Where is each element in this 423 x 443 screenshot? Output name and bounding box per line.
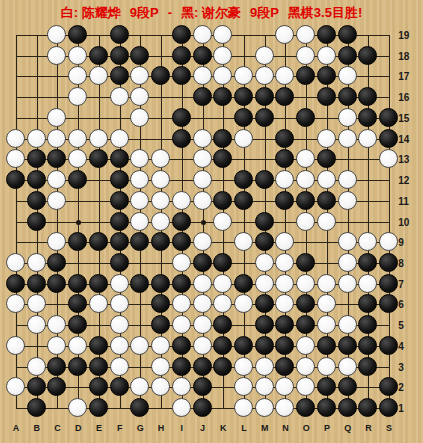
- intersection-A10[interactable]: [6, 212, 27, 233]
- intersection-S13[interactable]: [379, 149, 400, 170]
- intersection-O4[interactable]: [296, 336, 317, 357]
- intersection-M8[interactable]: [255, 253, 276, 274]
- intersection-M15[interactable]: [255, 108, 276, 129]
- intersection-H18[interactable]: [151, 46, 172, 67]
- intersection-P16[interactable]: [317, 87, 338, 108]
- intersection-M18[interactable]: [255, 46, 276, 67]
- intersection-R19[interactable]: [358, 25, 379, 46]
- intersection-G15[interactable]: [130, 108, 151, 129]
- intersection-K5[interactable]: [213, 315, 234, 336]
- intersection-I18[interactable]: [172, 46, 193, 67]
- intersection-N15[interactable]: [275, 108, 296, 129]
- intersection-P17[interactable]: [317, 66, 338, 87]
- intersection-O7[interactable]: [296, 274, 317, 295]
- intersection-F12[interactable]: [110, 170, 131, 191]
- intersection-R13[interactable]: [358, 149, 379, 170]
- intersection-Q18[interactable]: [338, 46, 359, 67]
- intersection-N10[interactable]: [275, 212, 296, 233]
- intersection-G4[interactable]: [130, 336, 151, 357]
- intersection-K18[interactable]: [213, 46, 234, 67]
- intersection-D3[interactable]: [68, 357, 89, 378]
- intersection-G17[interactable]: [130, 66, 151, 87]
- intersection-I14[interactable]: [172, 129, 193, 150]
- intersection-I11[interactable]: [172, 191, 193, 212]
- intersection-Q7[interactable]: [338, 274, 359, 295]
- intersection-B2[interactable]: [27, 377, 48, 398]
- intersection-R7[interactable]: [358, 274, 379, 295]
- intersection-S9[interactable]: [379, 232, 400, 253]
- intersection-F2[interactable]: [110, 377, 131, 398]
- intersection-F10[interactable]: [110, 212, 131, 233]
- intersection-E11[interactable]: [89, 191, 110, 212]
- intersection-E13[interactable]: [89, 149, 110, 170]
- intersection-D2[interactable]: [68, 377, 89, 398]
- intersection-H6[interactable]: [151, 294, 172, 315]
- intersection-F5[interactable]: [110, 315, 131, 336]
- intersection-L6[interactable]: [234, 294, 255, 315]
- intersection-N19[interactable]: [275, 25, 296, 46]
- intersection-K1[interactable]: [213, 398, 234, 419]
- intersection-G18[interactable]: [130, 46, 151, 67]
- intersection-G5[interactable]: [130, 315, 151, 336]
- intersection-O11[interactable]: [296, 191, 317, 212]
- intersection-J10[interactable]: [193, 212, 214, 233]
- intersection-L16[interactable]: [234, 87, 255, 108]
- intersection-A16[interactable]: [6, 87, 27, 108]
- intersection-S7[interactable]: [379, 274, 400, 295]
- intersection-R1[interactable]: [358, 398, 379, 419]
- intersection-A9[interactable]: [6, 232, 27, 253]
- intersection-F15[interactable]: [110, 108, 131, 129]
- intersection-O15[interactable]: [296, 108, 317, 129]
- intersection-D7[interactable]: [68, 274, 89, 295]
- intersection-J9[interactable]: [193, 232, 214, 253]
- intersection-H5[interactable]: [151, 315, 172, 336]
- intersection-L8[interactable]: [234, 253, 255, 274]
- intersection-M5[interactable]: [255, 315, 276, 336]
- intersection-J14[interactable]: [193, 129, 214, 150]
- intersection-M16[interactable]: [255, 87, 276, 108]
- intersection-A19[interactable]: [6, 25, 27, 46]
- intersection-G14[interactable]: [130, 129, 151, 150]
- intersection-M14[interactable]: [255, 129, 276, 150]
- intersection-A7[interactable]: [6, 274, 27, 295]
- intersection-S4[interactable]: [379, 336, 400, 357]
- intersection-R3[interactable]: [358, 357, 379, 378]
- intersection-O16[interactable]: [296, 87, 317, 108]
- intersection-K11[interactable]: [213, 191, 234, 212]
- intersection-A5[interactable]: [6, 315, 27, 336]
- intersection-K12[interactable]: [213, 170, 234, 191]
- intersection-I16[interactable]: [172, 87, 193, 108]
- intersection-F11[interactable]: [110, 191, 131, 212]
- intersection-K6[interactable]: [213, 294, 234, 315]
- intersection-B17[interactable]: [27, 66, 48, 87]
- intersection-R4[interactable]: [358, 336, 379, 357]
- intersection-M1[interactable]: [255, 398, 276, 419]
- intersection-S15[interactable]: [379, 108, 400, 129]
- intersection-A12[interactable]: [6, 170, 27, 191]
- intersection-S1[interactable]: [379, 398, 400, 419]
- intersection-G16[interactable]: [130, 87, 151, 108]
- intersection-K3[interactable]: [213, 357, 234, 378]
- intersection-B6[interactable]: [27, 294, 48, 315]
- intersection-H11[interactable]: [151, 191, 172, 212]
- intersection-L3[interactable]: [234, 357, 255, 378]
- intersection-B19[interactable]: [27, 25, 48, 46]
- intersection-P14[interactable]: [317, 129, 338, 150]
- intersection-B13[interactable]: [27, 149, 48, 170]
- intersection-E16[interactable]: [89, 87, 110, 108]
- intersection-P15[interactable]: [317, 108, 338, 129]
- intersection-E9[interactable]: [89, 232, 110, 253]
- intersection-A11[interactable]: [6, 191, 27, 212]
- intersection-P11[interactable]: [317, 191, 338, 212]
- intersection-N5[interactable]: [275, 315, 296, 336]
- intersection-R18[interactable]: [358, 46, 379, 67]
- intersection-K19[interactable]: [213, 25, 234, 46]
- intersection-F13[interactable]: [110, 149, 131, 170]
- intersection-G8[interactable]: [130, 253, 151, 274]
- intersection-N18[interactable]: [275, 46, 296, 67]
- intersection-H3[interactable]: [151, 357, 172, 378]
- intersection-O8[interactable]: [296, 253, 317, 274]
- intersection-J17[interactable]: [193, 66, 214, 87]
- intersection-D11[interactable]: [68, 191, 89, 212]
- intersection-D4[interactable]: [68, 336, 89, 357]
- intersection-F14[interactable]: [110, 129, 131, 150]
- intersection-G13[interactable]: [130, 149, 151, 170]
- intersection-S10[interactable]: [379, 212, 400, 233]
- intersection-J2[interactable]: [193, 377, 214, 398]
- intersection-C16[interactable]: [47, 87, 68, 108]
- intersection-J1[interactable]: [193, 398, 214, 419]
- intersection-I3[interactable]: [172, 357, 193, 378]
- intersection-J4[interactable]: [193, 336, 214, 357]
- intersection-L17[interactable]: [234, 66, 255, 87]
- intersection-O17[interactable]: [296, 66, 317, 87]
- intersection-O6[interactable]: [296, 294, 317, 315]
- intersection-Q12[interactable]: [338, 170, 359, 191]
- intersection-O3[interactable]: [296, 357, 317, 378]
- intersection-H14[interactable]: [151, 129, 172, 150]
- intersection-J8[interactable]: [193, 253, 214, 274]
- intersection-B18[interactable]: [27, 46, 48, 67]
- intersection-L2[interactable]: [234, 377, 255, 398]
- intersection-M6[interactable]: [255, 294, 276, 315]
- intersection-H2[interactable]: [151, 377, 172, 398]
- intersection-P9[interactable]: [317, 232, 338, 253]
- intersection-Q17[interactable]: [338, 66, 359, 87]
- intersection-S3[interactable]: [379, 357, 400, 378]
- intersection-P19[interactable]: [317, 25, 338, 46]
- intersection-E10[interactable]: [89, 212, 110, 233]
- intersection-E7[interactable]: [89, 274, 110, 295]
- intersection-R11[interactable]: [358, 191, 379, 212]
- intersection-D16[interactable]: [68, 87, 89, 108]
- intersection-C4[interactable]: [47, 336, 68, 357]
- intersection-B11[interactable]: [27, 191, 48, 212]
- intersection-N12[interactable]: [275, 170, 296, 191]
- intersection-C8[interactable]: [47, 253, 68, 274]
- intersection-P12[interactable]: [317, 170, 338, 191]
- intersection-A4[interactable]: [6, 336, 27, 357]
- intersection-J6[interactable]: [193, 294, 214, 315]
- intersection-Q3[interactable]: [338, 357, 359, 378]
- intersection-K15[interactable]: [213, 108, 234, 129]
- intersection-I9[interactable]: [172, 232, 193, 253]
- intersection-C14[interactable]: [47, 129, 68, 150]
- intersection-S16[interactable]: [379, 87, 400, 108]
- intersection-F17[interactable]: [110, 66, 131, 87]
- intersection-N6[interactable]: [275, 294, 296, 315]
- intersection-B12[interactable]: [27, 170, 48, 191]
- intersection-E2[interactable]: [89, 377, 110, 398]
- intersection-D1[interactable]: [68, 398, 89, 419]
- intersection-M3[interactable]: [255, 357, 276, 378]
- intersection-D15[interactable]: [68, 108, 89, 129]
- intersection-A14[interactable]: [6, 129, 27, 150]
- intersection-M9[interactable]: [255, 232, 276, 253]
- intersection-L12[interactable]: [234, 170, 255, 191]
- intersection-L15[interactable]: [234, 108, 255, 129]
- intersection-H4[interactable]: [151, 336, 172, 357]
- intersection-I7[interactable]: [172, 274, 193, 295]
- intersection-D19[interactable]: [68, 25, 89, 46]
- intersection-H15[interactable]: [151, 108, 172, 129]
- intersection-G11[interactable]: [130, 191, 151, 212]
- intersection-D6[interactable]: [68, 294, 89, 315]
- intersection-P8[interactable]: [317, 253, 338, 274]
- intersection-O10[interactable]: [296, 212, 317, 233]
- intersection-F7[interactable]: [110, 274, 131, 295]
- intersection-B14[interactable]: [27, 129, 48, 150]
- intersection-B10[interactable]: [27, 212, 48, 233]
- intersection-S2[interactable]: [379, 377, 400, 398]
- intersection-N1[interactable]: [275, 398, 296, 419]
- intersection-M10[interactable]: [255, 212, 276, 233]
- intersection-B5[interactable]: [27, 315, 48, 336]
- intersection-L14[interactable]: [234, 129, 255, 150]
- intersection-H12[interactable]: [151, 170, 172, 191]
- intersection-A8[interactable]: [6, 253, 27, 274]
- intersection-A17[interactable]: [6, 66, 27, 87]
- intersection-D5[interactable]: [68, 315, 89, 336]
- intersection-C7[interactable]: [47, 274, 68, 295]
- intersection-E14[interactable]: [89, 129, 110, 150]
- intersection-I4[interactable]: [172, 336, 193, 357]
- intersection-G3[interactable]: [130, 357, 151, 378]
- intersection-L7[interactable]: [234, 274, 255, 295]
- intersection-C5[interactable]: [47, 315, 68, 336]
- intersection-Q5[interactable]: [338, 315, 359, 336]
- intersection-S12[interactable]: [379, 170, 400, 191]
- intersection-Q9[interactable]: [338, 232, 359, 253]
- intersection-M2[interactable]: [255, 377, 276, 398]
- intersection-P10[interactable]: [317, 212, 338, 233]
- intersection-E15[interactable]: [89, 108, 110, 129]
- intersection-S8[interactable]: [379, 253, 400, 274]
- intersection-R8[interactable]: [358, 253, 379, 274]
- intersection-S18[interactable]: [379, 46, 400, 67]
- intersection-S6[interactable]: [379, 294, 400, 315]
- intersection-G7[interactable]: [130, 274, 151, 295]
- intersection-H1[interactable]: [151, 398, 172, 419]
- intersection-P3[interactable]: [317, 357, 338, 378]
- intersection-I8[interactable]: [172, 253, 193, 274]
- intersection-I2[interactable]: [172, 377, 193, 398]
- intersection-S5[interactable]: [379, 315, 400, 336]
- intersection-N3[interactable]: [275, 357, 296, 378]
- intersection-P7[interactable]: [317, 274, 338, 295]
- intersection-N9[interactable]: [275, 232, 296, 253]
- intersection-P5[interactable]: [317, 315, 338, 336]
- intersection-E4[interactable]: [89, 336, 110, 357]
- intersection-D12[interactable]: [68, 170, 89, 191]
- intersection-A18[interactable]: [6, 46, 27, 67]
- intersection-A3[interactable]: [6, 357, 27, 378]
- intersection-O14[interactable]: [296, 129, 317, 150]
- intersection-F6[interactable]: [110, 294, 131, 315]
- intersection-H16[interactable]: [151, 87, 172, 108]
- intersection-L9[interactable]: [234, 232, 255, 253]
- intersection-A15[interactable]: [6, 108, 27, 129]
- intersection-Q14[interactable]: [338, 129, 359, 150]
- intersection-P13[interactable]: [317, 149, 338, 170]
- intersection-B15[interactable]: [27, 108, 48, 129]
- intersection-I13[interactable]: [172, 149, 193, 170]
- intersection-O2[interactable]: [296, 377, 317, 398]
- intersection-M11[interactable]: [255, 191, 276, 212]
- intersection-C17[interactable]: [47, 66, 68, 87]
- intersection-J18[interactable]: [193, 46, 214, 67]
- intersection-B7[interactable]: [27, 274, 48, 295]
- intersection-H9[interactable]: [151, 232, 172, 253]
- intersection-F3[interactable]: [110, 357, 131, 378]
- intersection-K7[interactable]: [213, 274, 234, 295]
- intersection-L1[interactable]: [234, 398, 255, 419]
- intersection-R10[interactable]: [358, 212, 379, 233]
- intersection-R6[interactable]: [358, 294, 379, 315]
- intersection-C12[interactable]: [47, 170, 68, 191]
- intersection-L13[interactable]: [234, 149, 255, 170]
- intersection-M12[interactable]: [255, 170, 276, 191]
- intersection-E19[interactable]: [89, 25, 110, 46]
- intersection-N7[interactable]: [275, 274, 296, 295]
- intersection-S19[interactable]: [379, 25, 400, 46]
- intersection-J7[interactable]: [193, 274, 214, 295]
- intersection-P6[interactable]: [317, 294, 338, 315]
- intersection-R12[interactable]: [358, 170, 379, 191]
- intersection-E6[interactable]: [89, 294, 110, 315]
- intersection-A13[interactable]: [6, 149, 27, 170]
- intersection-H19[interactable]: [151, 25, 172, 46]
- intersection-P1[interactable]: [317, 398, 338, 419]
- intersection-M7[interactable]: [255, 274, 276, 295]
- intersection-K10[interactable]: [213, 212, 234, 233]
- intersection-D9[interactable]: [68, 232, 89, 253]
- intersection-F8[interactable]: [110, 253, 131, 274]
- intersection-E3[interactable]: [89, 357, 110, 378]
- intersection-K9[interactable]: [213, 232, 234, 253]
- intersection-N14[interactable]: [275, 129, 296, 150]
- intersection-N11[interactable]: [275, 191, 296, 212]
- intersection-H17[interactable]: [151, 66, 172, 87]
- intersection-P18[interactable]: [317, 46, 338, 67]
- intersection-Q4[interactable]: [338, 336, 359, 357]
- intersection-I5[interactable]: [172, 315, 193, 336]
- intersection-N8[interactable]: [275, 253, 296, 274]
- intersection-O9[interactable]: [296, 232, 317, 253]
- intersection-C19[interactable]: [47, 25, 68, 46]
- intersection-I15[interactable]: [172, 108, 193, 129]
- intersection-L18[interactable]: [234, 46, 255, 67]
- intersection-I19[interactable]: [172, 25, 193, 46]
- intersection-H7[interactable]: [151, 274, 172, 295]
- intersection-R9[interactable]: [358, 232, 379, 253]
- intersection-F4[interactable]: [110, 336, 131, 357]
- intersection-S14[interactable]: [379, 129, 400, 150]
- intersection-D14[interactable]: [68, 129, 89, 150]
- intersection-B8[interactable]: [27, 253, 48, 274]
- intersection-C11[interactable]: [47, 191, 68, 212]
- intersection-L19[interactable]: [234, 25, 255, 46]
- intersection-F18[interactable]: [110, 46, 131, 67]
- intersection-G12[interactable]: [130, 170, 151, 191]
- intersection-E18[interactable]: [89, 46, 110, 67]
- intersection-R5[interactable]: [358, 315, 379, 336]
- intersection-P4[interactable]: [317, 336, 338, 357]
- intersection-O12[interactable]: [296, 170, 317, 191]
- intersection-I12[interactable]: [172, 170, 193, 191]
- intersection-D18[interactable]: [68, 46, 89, 67]
- intersection-C13[interactable]: [47, 149, 68, 170]
- intersection-O5[interactable]: [296, 315, 317, 336]
- intersection-S17[interactable]: [379, 66, 400, 87]
- intersection-D13[interactable]: [68, 149, 89, 170]
- intersection-Q13[interactable]: [338, 149, 359, 170]
- intersection-E17[interactable]: [89, 66, 110, 87]
- intersection-H8[interactable]: [151, 253, 172, 274]
- intersection-J16[interactable]: [193, 87, 214, 108]
- intersection-N4[interactable]: [275, 336, 296, 357]
- intersection-O19[interactable]: [296, 25, 317, 46]
- intersection-A2[interactable]: [6, 377, 27, 398]
- intersection-C9[interactable]: [47, 232, 68, 253]
- intersection-E5[interactable]: [89, 315, 110, 336]
- intersection-S11[interactable]: [379, 191, 400, 212]
- intersection-B9[interactable]: [27, 232, 48, 253]
- intersection-K13[interactable]: [213, 149, 234, 170]
- intersection-N2[interactable]: [275, 377, 296, 398]
- intersection-D10[interactable]: [68, 212, 89, 233]
- intersection-A1[interactable]: [6, 398, 27, 419]
- intersection-O18[interactable]: [296, 46, 317, 67]
- intersection-Q16[interactable]: [338, 87, 359, 108]
- intersection-Q8[interactable]: [338, 253, 359, 274]
- intersection-Q6[interactable]: [338, 294, 359, 315]
- intersection-N13[interactable]: [275, 149, 296, 170]
- intersection-D8[interactable]: [68, 253, 89, 274]
- intersection-Q2[interactable]: [338, 377, 359, 398]
- intersection-E1[interactable]: [89, 398, 110, 419]
- intersection-B4[interactable]: [27, 336, 48, 357]
- intersection-B3[interactable]: [27, 357, 48, 378]
- intersection-I1[interactable]: [172, 398, 193, 419]
- intersection-F19[interactable]: [110, 25, 131, 46]
- intersection-G9[interactable]: [130, 232, 151, 253]
- intersection-R17[interactable]: [358, 66, 379, 87]
